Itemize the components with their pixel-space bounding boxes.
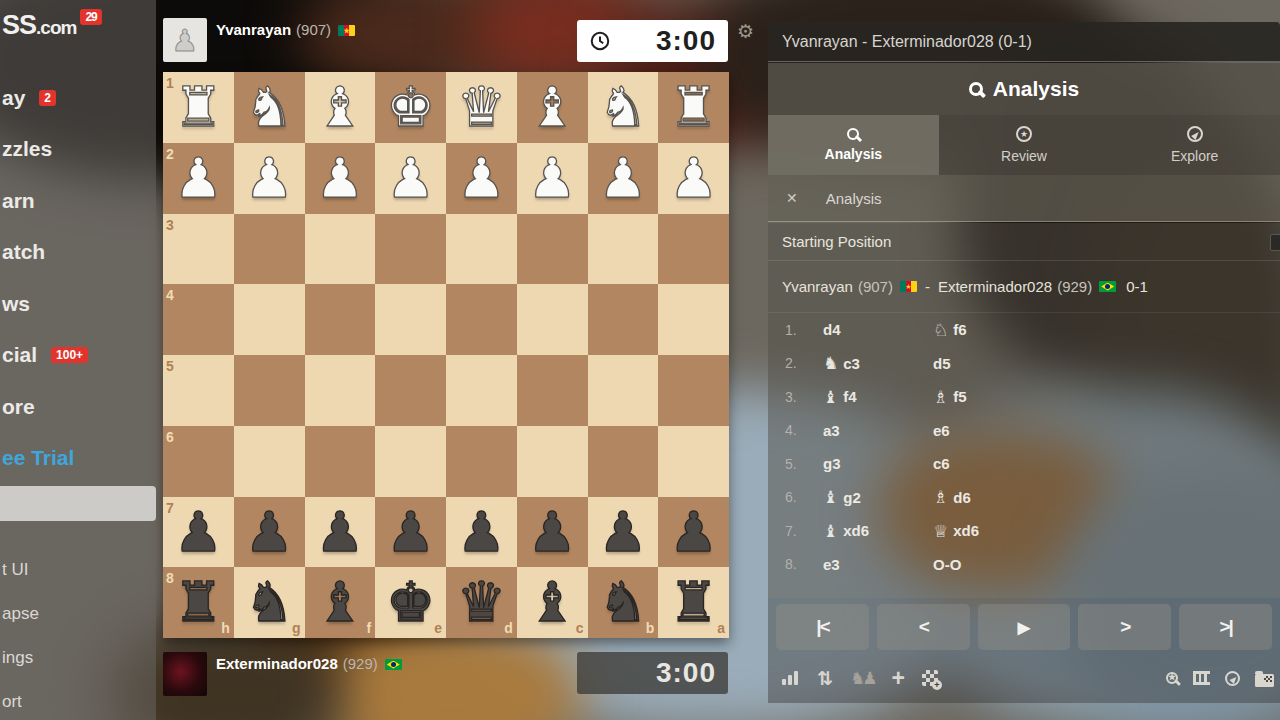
move-list-panel: Starting Position Yvanrayan(907) - Exter… [768, 223, 1280, 598]
rank-label: 5 [166, 358, 174, 374]
settings-gear-icon[interactable]: ⚙ [737, 20, 754, 42]
piece-figurine-icon: ♞ [823, 353, 838, 373]
pieces-icon[interactable]: ♞♟ [850, 668, 874, 688]
white-move[interactable]: ♝f4 [823, 387, 933, 407]
white-bishop: ♝ [517, 72, 588, 143]
sidebar-item[interactable]: ws [0, 278, 156, 330]
flip-board-icon[interactable]: ⇅ [817, 667, 833, 689]
square-h5[interactable]: 5 [163, 355, 234, 426]
white-move[interactable]: ♝g2 [823, 487, 933, 507]
white-move[interactable]: g3 [823, 455, 933, 472]
black-knight: ♞ [234, 567, 305, 638]
square-c2[interactable]: ♟ [517, 143, 588, 214]
avatar-bottom-player[interactable] [163, 652, 207, 696]
square-a3[interactable] [658, 214, 729, 285]
clock-icon [589, 30, 611, 52]
square-g7[interactable]: ♟ [234, 497, 305, 568]
square-e7[interactable]: ♟ [375, 497, 446, 568]
white-move[interactable]: d4 [823, 321, 933, 338]
go-to-start-button[interactable]: |< [776, 604, 869, 650]
analysis-subheader: ✕ Analysis [768, 175, 1280, 222]
square-a1[interactable]: ♜ [658, 72, 729, 143]
square-a5[interactable] [658, 355, 729, 426]
square-e6[interactable] [375, 426, 446, 497]
go-to-end-button[interactable]: >| [1179, 604, 1272, 650]
square-e4[interactable] [375, 284, 446, 355]
black-knight: ♞ [588, 567, 659, 638]
square-f3[interactable] [305, 214, 376, 285]
brazil-flag-icon [1099, 281, 1116, 292]
black-move[interactable]: ♕xd6 [933, 521, 1043, 541]
white-move[interactable]: a3 [823, 422, 933, 439]
star-circle-icon: ★ [1016, 126, 1032, 142]
piece-figurine-icon: ♝ [823, 487, 838, 507]
sidebar-item[interactable]: atch [0, 227, 156, 279]
piece-figurine-icon: ♕ [933, 521, 948, 541]
white-pawn: ♟ [658, 143, 729, 214]
black-move[interactable]: c6 [933, 455, 1043, 472]
top-player-rating: (907) [296, 21, 331, 38]
white-pawn: ♟ [446, 143, 517, 214]
square-e2[interactable]: ♟ [375, 143, 446, 214]
square-c8[interactable]: c♝ [517, 567, 588, 638]
square-f6[interactable] [305, 426, 376, 497]
move-row: 3.♝f4♗f5 [768, 380, 1280, 414]
top-player-clock: 3:00 [577, 20, 728, 62]
white-knight: ♞ [588, 72, 659, 143]
sidebar-menu: ay2zzlesarnatchwscial100+oreee Trial [0, 72, 156, 484]
chess-com-logo[interactable]: SS.com29 [0, 10, 98, 41]
square-b1[interactable]: ♞ [588, 72, 659, 143]
move-number: 5. [768, 456, 823, 472]
top-clock-time: 3:00 [656, 25, 716, 57]
piece-figurine-icon: ♝ [823, 387, 838, 407]
black-pawn: ♟ [305, 497, 376, 568]
white-pawn: ♟ [517, 143, 588, 214]
square-b2[interactable]: ♟ [588, 143, 659, 214]
square-c6[interactable] [517, 426, 588, 497]
library-icon[interactable] [1193, 671, 1210, 685]
analysis-header: Analysis [768, 63, 1280, 115]
black-move[interactable]: e6 [933, 422, 1043, 439]
previous-move-button[interactable]: < [877, 604, 970, 650]
notification-badge: 100+ [51, 347, 88, 363]
black-pawn: ♟ [375, 497, 446, 568]
sidebar-item[interactable]: ee Trial [0, 433, 156, 485]
square-b3[interactable] [588, 214, 659, 285]
square-d6[interactable] [446, 426, 517, 497]
black-pawn: ♟ [234, 497, 305, 568]
black-bishop: ♝ [517, 567, 588, 638]
move-nav: |< < ▶ > >| [768, 598, 1280, 650]
black-move[interactable]: O-O [933, 556, 1043, 573]
square-a4[interactable] [658, 284, 729, 355]
square-h1[interactable]: 1♜ [163, 72, 234, 143]
sidebar-item[interactable]: ore [0, 381, 156, 433]
square-f1[interactable]: ♝ [305, 72, 376, 143]
bottom-clock-time: 3:00 [656, 657, 716, 689]
square-c7[interactable]: ♟ [517, 497, 588, 568]
move-number: 6. [768, 489, 823, 505]
piece-figurine-icon: ♗ [933, 387, 948, 407]
square-h3[interactable]: 3 [163, 214, 234, 285]
sidebar-item[interactable]: arn [0, 175, 156, 227]
sidebar-footer-item[interactable]: apse [0, 592, 156, 636]
square-d1[interactable]: ♛ [446, 72, 517, 143]
next-move-button[interactable]: > [1078, 604, 1171, 650]
black-move[interactable]: ♗d6 [933, 487, 1043, 507]
magnifier-icon [969, 82, 983, 96]
square-e3[interactable] [375, 214, 446, 285]
white-king: ♚ [375, 72, 446, 143]
white-rook: ♜ [658, 72, 729, 143]
square-f4[interactable] [305, 284, 376, 355]
white-pawn: ♟ [234, 143, 305, 214]
close-icon[interactable]: ✕ [786, 190, 798, 206]
white-move[interactable]: e3 [823, 556, 933, 573]
black-pawn: ♟ [163, 497, 234, 568]
square-g8[interactable]: g♞ [234, 567, 305, 638]
square-h2[interactable]: 2♟ [163, 143, 234, 214]
square-b5[interactable] [588, 355, 659, 426]
square-b8[interactable]: b♞ [588, 567, 659, 638]
square-g4[interactable] [234, 284, 305, 355]
bottom-player-name[interactable]: Exterminador028(929) [216, 655, 402, 672]
tab-explore[interactable]: Explore [1109, 115, 1280, 175]
play-button[interactable]: ▶ [978, 604, 1071, 650]
black-rook: ♜ [658, 567, 729, 638]
black-pawn: ♟ [588, 497, 659, 568]
square-c1[interactable]: ♝ [517, 72, 588, 143]
square-g3[interactable] [234, 214, 305, 285]
analysis-panel: Yvanrayan - Exterminador028 (0-1) Analys… [768, 0, 1280, 720]
compass-icon [1187, 126, 1203, 142]
black-king: ♚ [375, 567, 446, 638]
square-d7[interactable]: ♟ [446, 497, 517, 568]
search-star-icon[interactable]: ★ [1166, 672, 1178, 684]
magnifier-icon [847, 128, 859, 140]
square-e8[interactable]: e♚ [375, 567, 446, 638]
starting-position-row[interactable]: Starting Position [768, 223, 1280, 261]
square-d5[interactable] [446, 355, 517, 426]
rank-label: 4 [166, 287, 174, 303]
square-c4[interactable] [517, 284, 588, 355]
pawn-avatar-icon: ♟ [172, 23, 199, 58]
bottom-player-clock: 3:00 [577, 652, 728, 694]
black-move[interactable]: ♘f6 [933, 320, 1043, 340]
move-number: 3. [768, 389, 823, 405]
white-knight: ♞ [234, 72, 305, 143]
black-move[interactable]: ♗f5 [933, 387, 1043, 407]
sidebar-item[interactable]: zzles [0, 124, 156, 176]
square-a7[interactable]: ♟ [658, 497, 729, 568]
move-row: 5.g3c6 [768, 447, 1280, 481]
white-pawn: ♟ [305, 143, 376, 214]
piece-figurine-icon: ♘ [933, 320, 948, 340]
piece-figurine-icon: ♝ [823, 521, 838, 541]
square-b4[interactable] [588, 284, 659, 355]
move-number: 1. [768, 322, 823, 338]
white-move[interactable]: ♞c3 [823, 353, 933, 373]
square-e5[interactable] [375, 355, 446, 426]
rank-label: 3 [166, 217, 174, 233]
sidebar-footer-menu: t UIapseingsort [0, 548, 156, 720]
sidebar-footer-item[interactable]: t UI [0, 548, 156, 592]
sidebar-search-box[interactable] [0, 486, 156, 521]
black-rook: ♜ [163, 567, 234, 638]
square-h6[interactable]: 6 [163, 426, 234, 497]
square-e1[interactable]: ♚ [375, 72, 446, 143]
black-queen: ♛ [446, 567, 517, 638]
cameroon-flag-icon [900, 281, 917, 292]
black-bishop: ♝ [305, 567, 376, 638]
black-pawn: ♟ [517, 497, 588, 568]
square-a8[interactable]: a♜ [658, 567, 729, 638]
square-c3[interactable] [517, 214, 588, 285]
add-move-icon[interactable]: + [891, 669, 904, 687]
bottom-player-rating: (929) [343, 655, 378, 672]
chess-board[interactable]: 1♜♞♝♚♛♝♞♜2♟♟♟♟♟♟♟♟34567♟♟♟♟♟♟♟♟8h♜g♞f♝e♚… [163, 72, 729, 638]
square-f2[interactable]: ♟ [305, 143, 376, 214]
practice-icon[interactable] [1225, 671, 1240, 686]
white-rook: ♜ [163, 72, 234, 143]
move-list: 1.d4♘f62.♞c3d53.♝f4♗f54.a3e65.g3c66.♝g2♗… [768, 313, 1280, 581]
game-header-row: Yvanrayan(907) - Exterminador028(929) 0-… [768, 261, 1280, 313]
footer-icons: ⇅ ♞♟ + ★ [768, 656, 1280, 700]
square-d4[interactable] [446, 284, 517, 355]
square-b6[interactable] [588, 426, 659, 497]
rank-label: 6 [166, 429, 174, 445]
notification-badge: 2 [39, 90, 56, 106]
sidebar-footer-item[interactable]: ings [0, 636, 156, 680]
square-g5[interactable] [234, 355, 305, 426]
tab-analysis[interactable]: Analysis [768, 115, 939, 175]
top-player-name[interactable]: Yvanrayan(907) [216, 21, 355, 38]
white-pawn: ♟ [375, 143, 446, 214]
notification-badge: 29 [80, 9, 101, 25]
square-d8[interactable]: d♛ [446, 567, 517, 638]
sidebar: SS.com29 ay2zzlesarnatchwscial100+oreee … [0, 0, 156, 720]
square-g1[interactable]: ♞ [234, 72, 305, 143]
square-f7[interactable]: ♟ [305, 497, 376, 568]
white-move[interactable]: ♝xd6 [823, 521, 933, 541]
square-d3[interactable] [446, 214, 517, 285]
move-row: 2.♞c3d5 [768, 347, 1280, 381]
square-g2[interactable]: ♟ [234, 143, 305, 214]
square-d2[interactable]: ♟ [446, 143, 517, 214]
move-row: 8.e3O-O [768, 548, 1280, 582]
square-h7[interactable]: 7♟ [163, 497, 234, 568]
move-number: 2. [768, 355, 823, 371]
square-a6[interactable] [658, 426, 729, 497]
square-f5[interactable] [305, 355, 376, 426]
saved-games-folder-icon[interactable] [1255, 674, 1274, 687]
square-b7[interactable]: ♟ [588, 497, 659, 568]
square-a2[interactable]: ♟ [658, 143, 729, 214]
eval-bars-icon[interactable] [782, 671, 800, 685]
game-result: 0-1 [1126, 278, 1148, 295]
white-queen: ♛ [446, 72, 517, 143]
sidebar-footer-item[interactable]: ort [0, 680, 156, 720]
square-h8[interactable]: 8h♜ [163, 567, 234, 638]
square-g6[interactable] [234, 426, 305, 497]
white-pawn: ♟ [588, 143, 659, 214]
square-h4[interactable]: 4 [163, 284, 234, 355]
black-pawn: ♟ [446, 497, 517, 568]
move-number: 4. [768, 422, 823, 438]
move-number: 7. [768, 523, 823, 539]
piece-figurine-icon: ♗ [933, 487, 948, 507]
sidebar-item[interactable]: ay2 [0, 72, 156, 124]
move-row: 4.a3e6 [768, 414, 1280, 448]
black-move[interactable]: d5 [933, 355, 1043, 372]
sidebar-item[interactable]: cial100+ [0, 330, 156, 382]
move-number: 8. [768, 556, 823, 572]
move-row: 1.d4♘f6 [768, 313, 1280, 347]
square-f8[interactable]: f♝ [305, 567, 376, 638]
mini-board-icon [1270, 234, 1280, 251]
white-bishop: ♝ [305, 72, 376, 143]
tab-review[interactable]: ★ Review [939, 115, 1110, 175]
analysis-tabs: Analysis ★ Review Explore [768, 115, 1280, 175]
square-c5[interactable] [517, 355, 588, 426]
white-pawn: ♟ [163, 143, 234, 214]
panel-bottom-bar: |< < ▶ > >| ⇅ ♞♟ + ★ [768, 598, 1280, 703]
game-title-bar: Yvanrayan - Exterminador028 (0-1) [768, 22, 1280, 62]
cameroon-flag-icon [338, 25, 355, 36]
black-pawn: ♟ [658, 497, 729, 568]
avatar-top-player[interactable]: ♟ [163, 18, 207, 62]
setup-board-icon[interactable] [922, 670, 938, 686]
move-row: 6.♝g2♗d6 [768, 481, 1280, 515]
brazil-flag-icon [385, 659, 402, 670]
move-row: 7.♝xd6♕xd6 [768, 514, 1280, 548]
